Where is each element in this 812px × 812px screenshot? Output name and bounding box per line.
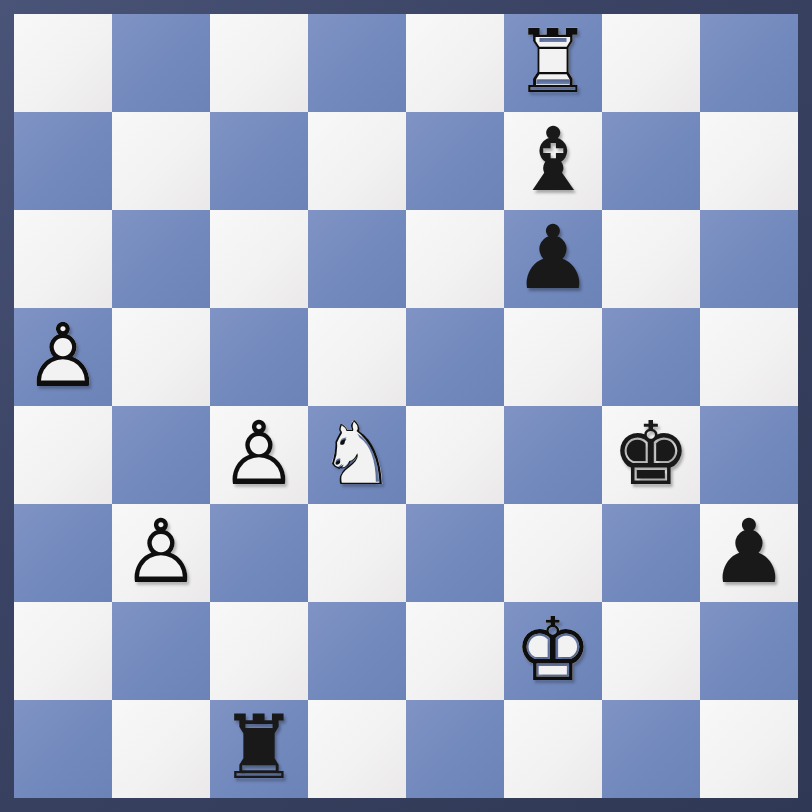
square-a8[interactable]	[14, 14, 112, 112]
black-pawn-icon: ♟	[700, 504, 798, 602]
square-h3[interactable]: ♟	[700, 504, 798, 602]
square-a5[interactable]: ♟♙	[14, 308, 112, 406]
square-e2[interactable]	[406, 602, 504, 700]
square-b3[interactable]: ♟♙	[112, 504, 210, 602]
square-a6[interactable]	[14, 210, 112, 308]
white-pawn-outline-icon: ♙	[112, 504, 210, 602]
square-b2[interactable]	[112, 602, 210, 700]
square-e7[interactable]	[406, 112, 504, 210]
square-d3[interactable]	[308, 504, 406, 602]
square-g8[interactable]	[602, 14, 700, 112]
square-b8[interactable]	[112, 14, 210, 112]
white-rook-outline-icon: ♖	[504, 14, 602, 112]
square-a7[interactable]	[14, 112, 112, 210]
square-b4[interactable]	[112, 406, 210, 504]
square-g4[interactable]: ♚	[602, 406, 700, 504]
white-pawn-outline-icon: ♙	[210, 406, 308, 504]
black-rook-c1[interactable]: ♜	[210, 700, 308, 798]
white-pawn-outline-icon: ♙	[14, 308, 112, 406]
square-b1[interactable]	[112, 700, 210, 798]
square-c5[interactable]	[210, 308, 308, 406]
square-h5[interactable]	[700, 308, 798, 406]
square-d6[interactable]	[308, 210, 406, 308]
square-a2[interactable]	[14, 602, 112, 700]
black-pawn-f6[interactable]: ♟	[504, 210, 602, 308]
square-f5[interactable]	[504, 308, 602, 406]
square-f4[interactable]	[504, 406, 602, 504]
square-h2[interactable]	[700, 602, 798, 700]
square-a3[interactable]	[14, 504, 112, 602]
black-pawn-icon: ♟	[504, 210, 602, 308]
square-c8[interactable]	[210, 14, 308, 112]
square-d7[interactable]	[308, 112, 406, 210]
square-f3[interactable]	[504, 504, 602, 602]
square-g5[interactable]	[602, 308, 700, 406]
black-pawn-h3[interactable]: ♟	[700, 504, 798, 602]
square-e4[interactable]	[406, 406, 504, 504]
square-h1[interactable]	[700, 700, 798, 798]
square-h7[interactable]	[700, 112, 798, 210]
square-g7[interactable]	[602, 112, 700, 210]
square-c7[interactable]	[210, 112, 308, 210]
square-d1[interactable]	[308, 700, 406, 798]
square-h8[interactable]	[700, 14, 798, 112]
square-g6[interactable]	[602, 210, 700, 308]
square-g3[interactable]	[602, 504, 700, 602]
square-f2[interactable]: ♚♔	[504, 602, 602, 700]
square-h4[interactable]	[700, 406, 798, 504]
square-d4[interactable]: ♞♘	[308, 406, 406, 504]
square-b7[interactable]	[112, 112, 210, 210]
white-king-f2[interactable]: ♚♔	[504, 602, 602, 700]
square-f1[interactable]	[504, 700, 602, 798]
square-e8[interactable]	[406, 14, 504, 112]
chess-board: ♜♖♝♟♟♙♟♙♞♘♚♟♙♟♚♔♜	[14, 14, 798, 798]
square-g1[interactable]	[602, 700, 700, 798]
white-knight-d4[interactable]: ♞♘	[308, 406, 406, 504]
square-a4[interactable]	[14, 406, 112, 504]
square-b6[interactable]	[112, 210, 210, 308]
square-c3[interactable]	[210, 504, 308, 602]
square-f7[interactable]: ♝	[504, 112, 602, 210]
square-e6[interactable]	[406, 210, 504, 308]
white-pawn-b3[interactable]: ♟♙	[112, 504, 210, 602]
black-king-g4[interactable]: ♚	[602, 406, 700, 504]
square-c6[interactable]	[210, 210, 308, 308]
square-e3[interactable]	[406, 504, 504, 602]
square-h6[interactable]	[700, 210, 798, 308]
chess-board-frame: ♜♖♝♟♟♙♟♙♞♘♚♟♙♟♚♔♜	[0, 0, 812, 812]
square-c2[interactable]	[210, 602, 308, 700]
square-c4[interactable]: ♟♙	[210, 406, 308, 504]
white-knight-outline-icon: ♘	[308, 406, 406, 504]
square-d5[interactable]	[308, 308, 406, 406]
square-d2[interactable]	[308, 602, 406, 700]
square-f6[interactable]: ♟	[504, 210, 602, 308]
square-f8[interactable]: ♜♖	[504, 14, 602, 112]
white-pawn-c4[interactable]: ♟♙	[210, 406, 308, 504]
square-d8[interactable]	[308, 14, 406, 112]
square-a1[interactable]	[14, 700, 112, 798]
white-rook-f8[interactable]: ♜♖	[504, 14, 602, 112]
square-c1[interactable]: ♜	[210, 700, 308, 798]
square-e5[interactable]	[406, 308, 504, 406]
white-pawn-a5[interactable]: ♟♙	[14, 308, 112, 406]
white-king-outline-icon: ♔	[504, 602, 602, 700]
black-king-icon: ♚	[602, 406, 700, 504]
square-g2[interactable]	[602, 602, 700, 700]
black-bishop-f7[interactable]: ♝	[504, 112, 602, 210]
square-b5[interactable]	[112, 308, 210, 406]
black-rook-icon: ♜	[210, 700, 308, 798]
black-bishop-icon: ♝	[504, 112, 602, 210]
square-e1[interactable]	[406, 700, 504, 798]
